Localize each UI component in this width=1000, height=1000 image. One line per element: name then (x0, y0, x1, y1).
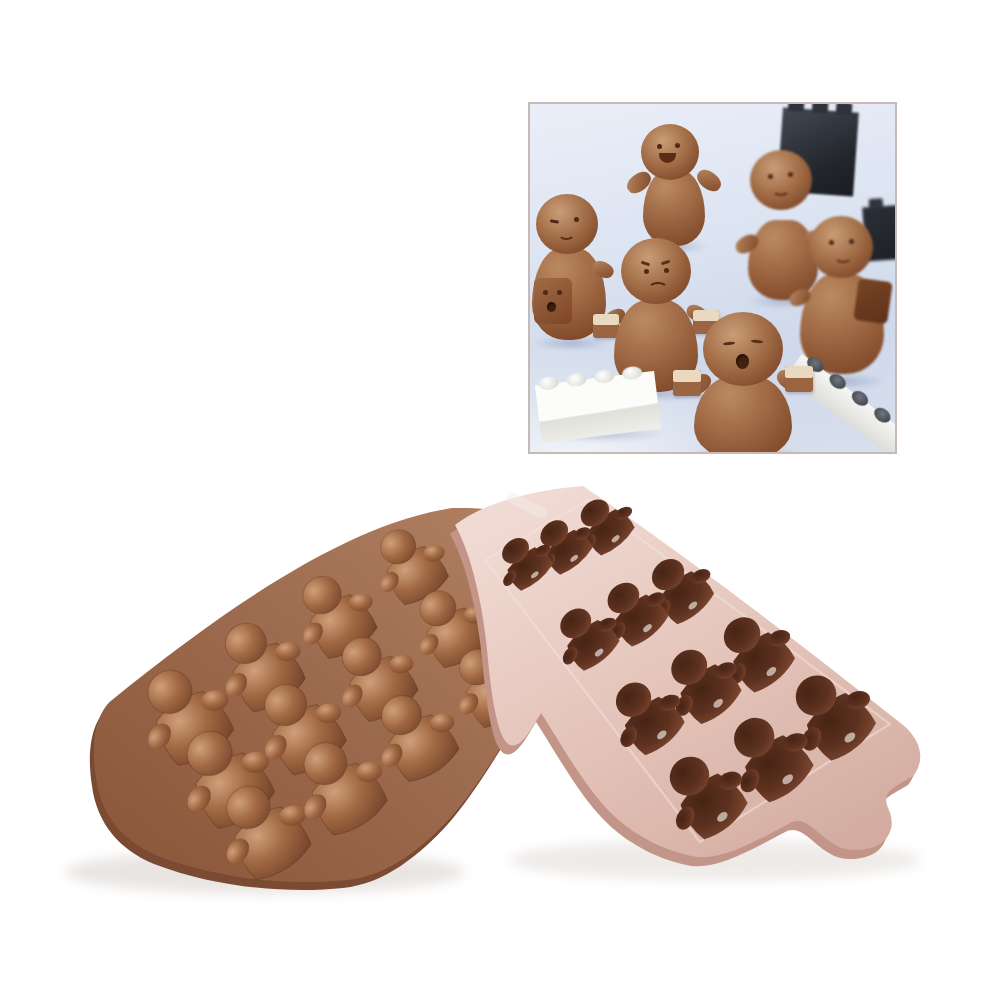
figure-brick-top (785, 366, 813, 378)
figure-mouth (659, 153, 676, 163)
brick-stud (621, 365, 642, 380)
brick-stud (788, 102, 805, 112)
brick-stud (869, 198, 884, 209)
figure-brow (661, 260, 670, 265)
brick-stud (566, 372, 587, 387)
figure-satchel (853, 278, 893, 324)
figure-eye (664, 268, 669, 273)
bag-mouth (547, 302, 556, 312)
empty-mold (450, 482, 920, 866)
figure-head (536, 194, 598, 254)
figure-head (703, 312, 783, 386)
figure-mouth (772, 182, 790, 196)
figure-eye-closed (751, 339, 763, 343)
figure-eye (675, 143, 680, 148)
bag-eye (557, 290, 562, 295)
figure-head (641, 124, 699, 180)
figure-brick (673, 370, 701, 396)
brick-stud (812, 102, 829, 114)
figure-eye (829, 240, 834, 245)
inset-photo (528, 102, 897, 454)
figure-eye-closed (723, 341, 735, 345)
figure-head (809, 216, 873, 278)
figure-brow (641, 261, 650, 266)
figure-front-bricks (678, 312, 810, 454)
figure-brick (785, 366, 813, 392)
figure-eye (574, 217, 579, 222)
brick-stud (594, 369, 615, 384)
figure-brick-top (593, 314, 619, 325)
figure-eye (644, 269, 649, 274)
bag-eye (543, 290, 548, 295)
figure-eye (849, 239, 854, 244)
figure-head (750, 150, 812, 210)
figure-brick (593, 314, 619, 338)
figure-mouth (736, 354, 749, 369)
product-photo (0, 0, 1000, 1000)
figure-brick-top (673, 370, 701, 382)
figure-mouth (648, 282, 668, 296)
figure-eye-wink (550, 219, 559, 223)
figure-body (694, 376, 792, 454)
figure-head (621, 238, 691, 304)
figure-eye (768, 174, 773, 179)
brick-stud (871, 405, 893, 426)
figure-mouth (834, 250, 852, 263)
figure-eye (788, 172, 793, 177)
brick-stud (538, 376, 559, 391)
figure-body (643, 170, 705, 246)
brick-stud (836, 102, 853, 115)
figure-mouth (558, 227, 575, 240)
figure-bag (534, 278, 572, 324)
figure-eye (657, 144, 662, 149)
